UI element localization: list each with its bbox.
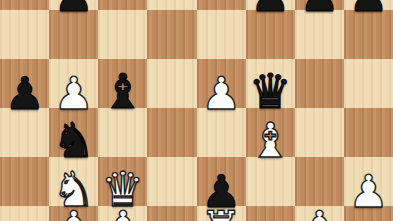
square-c5[interactable]: ♝ bbox=[98, 59, 147, 108]
square-a2[interactable] bbox=[0, 206, 49, 221]
square-a7[interactable] bbox=[0, 0, 49, 10]
square-e5[interactable]: ♟ bbox=[197, 59, 246, 108]
square-f2[interactable] bbox=[246, 206, 295, 221]
square-a6[interactable] bbox=[0, 10, 49, 59]
square-g2[interactable]: ♟ bbox=[295, 206, 344, 221]
square-g7[interactable]: ♟ bbox=[295, 0, 344, 10]
square-c7[interactable] bbox=[98, 0, 147, 10]
square-b3[interactable]: ♞ bbox=[49, 157, 98, 206]
piece-black-queen-f5[interactable]: ♛ bbox=[249, 67, 292, 115]
square-f7[interactable]: ♟ bbox=[246, 0, 295, 10]
square-b4[interactable]: ♞ bbox=[49, 108, 98, 157]
square-e7[interactable] bbox=[197, 0, 246, 10]
piece-black-pawn-b7[interactable]: ♟ bbox=[54, 0, 94, 18]
square-b7[interactable]: ♟ bbox=[49, 0, 98, 10]
square-e6[interactable] bbox=[197, 10, 246, 59]
piece-black-pawn-f7[interactable]: ♟ bbox=[250, 0, 290, 18]
square-a3[interactable] bbox=[0, 157, 49, 206]
square-d3[interactable] bbox=[147, 157, 196, 206]
square-f5[interactable]: ♛ bbox=[246, 59, 295, 108]
square-c3[interactable]: ♛ bbox=[98, 157, 147, 206]
piece-black-bishop-c5[interactable]: ♝ bbox=[101, 67, 144, 115]
square-h4[interactable] bbox=[344, 108, 393, 157]
square-h7[interactable]: ♟ bbox=[344, 0, 393, 10]
square-c6[interactable] bbox=[98, 10, 147, 59]
square-b5[interactable]: ♟ bbox=[49, 59, 98, 108]
square-h3[interactable]: ♟ bbox=[344, 157, 393, 206]
square-e3[interactable]: ♟ bbox=[197, 157, 246, 206]
piece-white-pawn-b5[interactable]: ♟ bbox=[54, 71, 94, 116]
square-f4[interactable]: ♝ bbox=[246, 108, 295, 157]
chessboard: ♟♟♟♟♟♟♝♟♛♞♝♞♛♟♟♟♟♜♟ bbox=[0, 0, 393, 221]
piece-black-knight-b4[interactable]: ♞ bbox=[52, 116, 95, 164]
square-g5[interactable] bbox=[295, 59, 344, 108]
piece-black-pawn-a5[interactable]: ♟ bbox=[4, 71, 44, 116]
square-h5[interactable] bbox=[344, 59, 393, 108]
piece-white-pawn-c2[interactable]: ♟ bbox=[103, 205, 143, 221]
piece-white-rook-e2[interactable]: ♜ bbox=[200, 204, 243, 221]
square-g3[interactable] bbox=[295, 157, 344, 206]
square-g4[interactable] bbox=[295, 108, 344, 157]
piece-white-pawn-g2[interactable]: ♟ bbox=[299, 205, 339, 221]
piece-black-pawn-g7[interactable]: ♟ bbox=[299, 0, 339, 18]
piece-white-pawn-h3[interactable]: ♟ bbox=[348, 169, 388, 214]
square-d6[interactable] bbox=[147, 10, 196, 59]
square-e2[interactable]: ♜ bbox=[197, 206, 246, 221]
square-d5[interactable] bbox=[147, 59, 196, 108]
screenshot-stage: ♟♟♟♟♟♟♝♟♛♞♝♞♛♟♟♟♟♜♟ bbox=[0, 0, 393, 221]
square-d7[interactable] bbox=[147, 0, 196, 10]
piece-white-pawn-e5[interactable]: ♟ bbox=[201, 71, 241, 116]
square-b2[interactable]: ♟ bbox=[49, 206, 98, 221]
square-d4[interactable] bbox=[147, 108, 196, 157]
piece-white-pawn-b2[interactable]: ♟ bbox=[54, 205, 94, 221]
square-d2[interactable] bbox=[147, 206, 196, 221]
square-c2[interactable]: ♟ bbox=[98, 206, 147, 221]
square-a5[interactable]: ♟ bbox=[0, 59, 49, 108]
piece-white-bishop-f4[interactable]: ♝ bbox=[249, 116, 292, 164]
piece-black-pawn-h7[interactable]: ♟ bbox=[348, 0, 388, 18]
